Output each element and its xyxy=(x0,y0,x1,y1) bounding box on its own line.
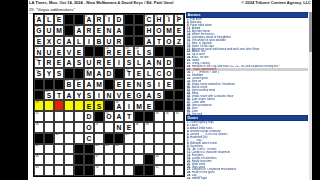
cell-r10c4[interactable] xyxy=(64,111,74,122)
cell-r9c4[interactable] xyxy=(64,100,74,111)
cell-r3c15[interactable]: Z xyxy=(174,36,184,47)
cell-r9c15 xyxy=(174,100,184,111)
cell-r6c1[interactable]: 22S xyxy=(34,68,44,79)
cell-r1c14[interactable]: 10I xyxy=(164,14,174,25)
cell-r1c5 xyxy=(74,14,84,25)
cell-r11c2[interactable] xyxy=(44,122,54,133)
cell-r15c7[interactable]: 50 xyxy=(94,165,104,176)
cell-r2c2[interactable]: U xyxy=(44,25,54,36)
cell-r9c11[interactable]: M xyxy=(134,100,144,111)
cell-letter: R xyxy=(95,58,103,67)
cell-r11c15[interactable] xyxy=(174,122,184,133)
cell-letter: E xyxy=(35,37,43,46)
cell-r5c8[interactable]: E xyxy=(104,57,114,68)
cell-r5c12[interactable]: A xyxy=(144,57,154,68)
crossword-grid[interactable]: 1A2L3E4A5R6I7D8C9H10I11P12GUM13ARENA14HO… xyxy=(33,13,185,177)
cell-r11c9[interactable]: N xyxy=(114,122,124,133)
cell-r12c13[interactable] xyxy=(154,133,164,144)
cell-r7c13[interactable]: I xyxy=(154,79,164,90)
cell-r15c11 xyxy=(134,165,144,176)
cell-letter: H xyxy=(145,26,153,35)
cell-r12c6[interactable]: C xyxy=(84,133,94,144)
cell-letter: T xyxy=(35,58,43,67)
cell-number: 46 xyxy=(35,155,38,158)
cell-r5c13[interactable]: N xyxy=(154,57,164,68)
cell-letter: S xyxy=(55,69,63,78)
cell-r14c13[interactable]: 48 xyxy=(154,154,164,165)
scrollbar-thumb[interactable] xyxy=(309,12,312,52)
cell-letter: O xyxy=(165,37,173,46)
cell-r4c11[interactable]: 20L xyxy=(134,46,144,57)
cell-letter: R xyxy=(95,15,103,24)
cell-r14c3[interactable] xyxy=(54,154,64,165)
cell-r11c7[interactable]: 37 xyxy=(94,122,104,133)
cell-letter: S xyxy=(155,91,163,100)
cell-r8c8[interactable]: N xyxy=(104,90,114,101)
cell-r5c11[interactable]: L xyxy=(134,57,144,68)
cell-letter: A xyxy=(65,37,73,46)
cell-r4c9[interactable]: E xyxy=(114,46,124,57)
cell-r2c15[interactable]: E xyxy=(174,25,184,36)
cell-letter: C xyxy=(145,15,153,24)
cell-letter: E xyxy=(75,48,83,57)
cell-letter: A xyxy=(65,58,73,67)
cell-r9c10[interactable]: I xyxy=(124,100,134,111)
cell-number: 35 xyxy=(175,112,178,115)
cell-r15c12 xyxy=(144,165,154,176)
cell-r15c10[interactable] xyxy=(124,165,134,176)
cell-r1c1[interactable]: 1A xyxy=(34,14,44,25)
cell-r6c11[interactable]: E xyxy=(134,68,144,79)
cell-r12c1 xyxy=(34,133,44,144)
cell-r11c8[interactable] xyxy=(104,122,114,133)
cell-letter: G xyxy=(135,91,143,100)
cell-r15c1[interactable]: 49 xyxy=(34,165,44,176)
cell-r6c8[interactable]: D xyxy=(104,68,114,79)
cell-number: 29 xyxy=(35,101,38,104)
cell-number: 47 xyxy=(95,155,98,158)
cell-r9c12[interactable]: E xyxy=(144,100,154,111)
cell-number: 36 xyxy=(35,123,38,126)
cell-r10c9[interactable]: A xyxy=(114,111,124,122)
cell-letter: S xyxy=(45,91,53,100)
cell-r9c2[interactable] xyxy=(44,100,54,111)
cell-r13c8[interactable]: 44 xyxy=(104,144,114,155)
cell-r12c3[interactable]: 40 xyxy=(54,133,64,144)
cell-r4c15 xyxy=(174,46,184,57)
cell-r8c7[interactable]: I xyxy=(94,90,104,101)
cell-r5c15 xyxy=(174,57,184,68)
cell-number: 40 xyxy=(55,133,58,136)
cell-r14c2[interactable] xyxy=(44,154,54,165)
cell-r14c1[interactable]: 46 xyxy=(34,154,44,165)
cell-r3c4[interactable]: A xyxy=(64,36,74,47)
cell-r6c2[interactable]: Y xyxy=(44,68,54,79)
cell-r7c2 xyxy=(44,79,54,90)
cell-r14c5 xyxy=(74,154,84,165)
cell-r15c9[interactable] xyxy=(114,165,124,176)
cell-r15c14[interactable] xyxy=(164,165,174,176)
cell-r2c7[interactable]: E xyxy=(94,25,104,36)
cell-letter: A xyxy=(85,15,93,24)
cell-r15c3[interactable] xyxy=(54,165,64,176)
cell-letter: L xyxy=(45,15,53,24)
cell-r1c8[interactable]: 6I xyxy=(104,14,114,25)
panel-scrollbar[interactable] xyxy=(309,12,312,180)
cell-r12c12[interactable] xyxy=(144,133,154,144)
cell-letter: E xyxy=(85,102,93,111)
cell-r13c13[interactable] xyxy=(154,144,164,155)
cell-r5c14[interactable]: D xyxy=(164,57,174,68)
cell-r13c3[interactable] xyxy=(54,144,64,155)
cell-r5c6[interactable]: U xyxy=(84,57,94,68)
cell-letter: D xyxy=(85,112,93,121)
cell-r2c11 xyxy=(134,25,144,36)
cell-r2c13[interactable]: O xyxy=(154,25,164,36)
cell-r3c10 xyxy=(124,36,134,47)
cell-letter: Y xyxy=(75,91,83,100)
current-clue-text: 29. "Vegas oddsmakers" xyxy=(29,7,75,12)
cell-r15c4[interactable] xyxy=(64,165,74,176)
cell-letter: A xyxy=(85,80,93,89)
cell-r8c10[interactable]: E xyxy=(124,90,134,101)
cell-letter: P xyxy=(175,15,183,24)
cell-letter: N xyxy=(115,123,123,132)
cell-r14c6 xyxy=(84,154,94,165)
cell-letter: I xyxy=(85,37,93,46)
cell-r10c6[interactable]: D xyxy=(84,111,94,122)
cell-r5c7[interactable]: R xyxy=(94,57,104,68)
cell-letter: A xyxy=(95,69,103,78)
cell-r13c11[interactable] xyxy=(134,144,144,155)
cell-letter: B xyxy=(65,80,73,89)
cell-letter: R xyxy=(105,48,113,57)
cell-r3c1[interactable]: 15E xyxy=(34,36,44,47)
cell-r15c15[interactable] xyxy=(174,165,184,176)
cell-r3c2[interactable]: X xyxy=(44,36,54,47)
cell-r13c15[interactable] xyxy=(174,144,184,155)
cell-r13c1[interactable]: 42 xyxy=(34,144,44,155)
cell-r8c4[interactable]: A xyxy=(64,90,74,101)
cell-letter: L xyxy=(135,48,143,57)
cell-r3c14[interactable]: O xyxy=(164,36,174,47)
cell-r2c14[interactable]: M xyxy=(164,25,174,36)
cell-r9c3[interactable] xyxy=(54,100,64,111)
cell-r12c8 xyxy=(104,133,114,144)
cell-r9c1[interactable]: 29 xyxy=(34,100,44,111)
cell-letter: E xyxy=(55,15,63,24)
cell-letter: M xyxy=(55,26,63,35)
cell-letter: E xyxy=(55,48,63,57)
cell-r7c1 xyxy=(34,79,44,90)
cell-r9c9[interactable]: 30A xyxy=(114,100,124,111)
cell-r5c4[interactable]: A xyxy=(64,57,74,68)
cell-r10c2[interactable] xyxy=(44,111,54,122)
cell-r10c10[interactable]: T xyxy=(124,111,134,122)
cell-r15c6 xyxy=(84,165,94,176)
cell-r11c14[interactable] xyxy=(164,122,174,133)
cell-letter: A xyxy=(115,112,123,121)
cell-r1c13[interactable]: 9H xyxy=(154,14,164,25)
cell-r1c6[interactable]: 4A xyxy=(84,14,94,25)
cell-r10c11 xyxy=(134,111,144,122)
cell-number: 48 xyxy=(155,155,158,158)
cell-letter: T xyxy=(155,37,163,46)
cell-r6c3[interactable]: S xyxy=(54,68,64,79)
cell-number: 38 xyxy=(135,123,138,126)
cell-letter: R xyxy=(45,58,53,67)
down-clue-list[interactable]: 1. Talent agency reps2. Lap of ___3. Awa… xyxy=(186,121,308,180)
cell-r14c9[interactable] xyxy=(114,154,124,165)
cell-letter: O xyxy=(105,112,113,121)
cell-r3c6[interactable]: I xyxy=(84,36,94,47)
cell-r7c6[interactable]: A xyxy=(84,79,94,90)
cell-r5c1[interactable]: 21T xyxy=(34,57,44,68)
cell-r15c8[interactable] xyxy=(104,165,114,176)
cell-r2c5[interactable]: 13A xyxy=(74,25,84,36)
cell-letter: I xyxy=(165,15,173,24)
cell-r7c4[interactable]: 25B xyxy=(64,79,74,90)
cell-r3c11 xyxy=(134,36,144,47)
cell-r14c11[interactable] xyxy=(134,154,144,165)
cell-r3c8[interactable]: U xyxy=(104,36,114,47)
cell-r9c6[interactable]: E xyxy=(84,100,94,111)
cell-r10c14[interactable]: 34 xyxy=(164,111,174,122)
puzzle-title: LA Times, Mon, Oct 14, 2024 - Nina McNam… xyxy=(29,0,173,5)
cell-letter: Z xyxy=(175,37,183,46)
cell-r4c5[interactable]: E xyxy=(74,46,84,57)
cell-r14c8[interactable] xyxy=(104,154,114,165)
cell-number: 33 xyxy=(155,112,158,115)
cell-r1c4 xyxy=(64,14,74,25)
cell-letter: S xyxy=(95,102,103,111)
cell-r9c14 xyxy=(164,100,174,111)
cell-r12c7[interactable] xyxy=(94,133,104,144)
cell-letter: A xyxy=(75,26,83,35)
cell-r14c15[interactable] xyxy=(174,154,184,165)
cell-r5c9[interactable]: I xyxy=(114,57,124,68)
cell-r8c9[interactable]: V xyxy=(114,90,124,101)
cell-r11c12[interactable]: 39 xyxy=(144,122,154,133)
across-clue-list[interactable]: 1. Pub draft4. Bone-dry8. Poker table to… xyxy=(186,18,308,115)
clue-list-panel[interactable]: Across 1. Pub draft4. Bone-dry8. Poker t… xyxy=(186,12,308,180)
cell-number: 51 xyxy=(155,166,158,169)
cell-r2c3[interactable]: M xyxy=(54,25,64,36)
cell-r3c3[interactable]: C xyxy=(54,36,64,47)
cell-r1c3[interactable]: 3E xyxy=(54,14,64,25)
cell-r7c5[interactable]: 26E xyxy=(74,79,84,90)
cell-r10c3[interactable] xyxy=(54,111,64,122)
cell-letter: E xyxy=(125,123,133,132)
cell-letter: U xyxy=(45,26,53,35)
cell-letter: D xyxy=(115,15,123,24)
cell-letter: L xyxy=(135,58,143,67)
cell-r8c14 xyxy=(164,90,174,101)
cell-r5c5[interactable]: S xyxy=(74,57,84,68)
cell-r8c5[interactable]: Y xyxy=(74,90,84,101)
cell-letter: N xyxy=(105,26,113,35)
cell-r13c4[interactable] xyxy=(64,144,74,155)
cell-r6c12[interactable]: L xyxy=(144,68,154,79)
cell-r13c14[interactable] xyxy=(164,144,174,155)
cell-r3c7[interactable]: B xyxy=(94,36,104,47)
cell-r7c12[interactable]: S xyxy=(144,79,154,90)
cell-r11c10[interactable]: E xyxy=(124,122,134,133)
cell-r11c5[interactable] xyxy=(74,122,84,133)
cell-number: 41 xyxy=(125,133,128,136)
cell-r4c3[interactable]: E xyxy=(54,46,64,57)
cell-r4c2[interactable]: U xyxy=(44,46,54,57)
cell-r5c2[interactable]: R xyxy=(44,57,54,68)
cell-letter: C xyxy=(55,37,63,46)
cell-r1c12[interactable]: 8C xyxy=(144,14,154,25)
cell-r7c3 xyxy=(54,79,64,90)
cell-r8c6[interactable]: S xyxy=(84,90,94,101)
cell-r13c12[interactable] xyxy=(144,144,154,155)
cell-r12c10[interactable]: 41 xyxy=(124,133,134,144)
cell-r10c15[interactable]: 35 xyxy=(174,111,184,122)
cell-r12c11[interactable] xyxy=(134,133,144,144)
cell-letter: C xyxy=(155,69,163,78)
cell-r11c4[interactable] xyxy=(64,122,74,133)
cell-r1c7[interactable]: 5R xyxy=(94,14,104,25)
cell-r11c1[interactable]: 36 xyxy=(34,122,44,133)
cell-number: 34 xyxy=(165,112,168,115)
cell-r7c10[interactable]: E xyxy=(124,79,134,90)
cell-r9c7[interactable]: S xyxy=(94,100,104,111)
cell-letter: I xyxy=(125,102,133,111)
cell-r8c3[interactable]: T xyxy=(54,90,64,101)
cell-r8c12[interactable]: A xyxy=(144,90,154,101)
cell-r1c2[interactable]: 2L xyxy=(44,14,54,25)
cell-r2c6[interactable]: R xyxy=(84,25,94,36)
cell-letter: E xyxy=(175,26,183,35)
cell-letter: S xyxy=(85,91,93,100)
cell-r3c5[interactable]: L xyxy=(74,36,84,47)
cell-letter: E xyxy=(75,80,83,89)
cell-r8c11[interactable]: G xyxy=(134,90,144,101)
cell-r4c12[interactable]: S xyxy=(144,46,154,57)
copyright-text: © 2024 Tribune Content Agency, LLC xyxy=(241,0,311,5)
cell-r6c13[interactable]: C xyxy=(154,68,164,79)
cell-r13c10[interactable] xyxy=(124,144,134,155)
cell-r2c8[interactable]: N xyxy=(104,25,114,36)
cell-letter: E xyxy=(105,58,113,67)
screen-bezel-left xyxy=(0,0,28,180)
cell-r13c7[interactable]: 43 xyxy=(94,144,104,155)
cell-r10c8[interactable]: 32O xyxy=(104,111,114,122)
cell-r7c9[interactable]: 27E xyxy=(114,79,124,90)
cell-r11c13[interactable] xyxy=(154,122,164,133)
cell-r2c9[interactable]: A xyxy=(114,25,124,36)
cell-r4c10[interactable]: 19E xyxy=(124,46,134,57)
cell-r7c14[interactable]: E xyxy=(164,79,174,90)
cell-r5c3[interactable]: E xyxy=(54,57,64,68)
cell-letter: A xyxy=(65,91,73,100)
cell-r12c5[interactable] xyxy=(74,133,84,144)
cell-number: 49 xyxy=(35,166,38,169)
cell-letter: A xyxy=(145,37,153,46)
cell-r6c14[interactable]: O xyxy=(164,68,174,79)
cell-letter: A xyxy=(115,102,123,111)
cell-letter: E xyxy=(165,80,173,89)
cell-r15c13[interactable]: 51 xyxy=(154,165,164,176)
cell-r3c13[interactable]: T xyxy=(154,36,164,47)
cell-r6c7[interactable]: A xyxy=(94,68,104,79)
cell-r15c2[interactable] xyxy=(44,165,54,176)
cell-number: 50 xyxy=(95,166,98,169)
cell-letter: E xyxy=(135,69,143,78)
cell-letter: X xyxy=(45,37,53,46)
cell-r15c5 xyxy=(74,165,84,176)
cell-r10c13[interactable]: 33 xyxy=(154,111,164,122)
cell-r1c9[interactable]: 7D xyxy=(114,14,124,25)
cell-r3c12[interactable]: 16A xyxy=(144,36,154,47)
cell-letter: Y xyxy=(45,69,53,78)
cell-r2c10 xyxy=(124,25,134,36)
cell-r13c6 xyxy=(84,144,94,155)
cell-r14c14[interactable] xyxy=(164,154,174,165)
cell-letter: V xyxy=(65,48,73,57)
cell-r14c12 xyxy=(144,154,154,165)
cell-r7c7[interactable]: M xyxy=(94,79,104,90)
cell-r11c3[interactable] xyxy=(54,122,64,133)
cell-letter: E xyxy=(115,48,123,57)
cell-r9c5[interactable] xyxy=(74,100,84,111)
cell-r6c5 xyxy=(74,68,84,79)
cell-r4c8[interactable]: 18R xyxy=(104,46,114,57)
cell-letter: L xyxy=(75,37,83,46)
cell-r14c4[interactable] xyxy=(64,154,74,165)
cell-r2c1[interactable]: 12G xyxy=(34,25,44,36)
cell-r11c11[interactable]: 38 xyxy=(134,122,144,133)
cell-r12c14[interactable] xyxy=(164,133,174,144)
cell-r10c1[interactable]: 31 xyxy=(34,111,44,122)
cell-r12c4[interactable] xyxy=(64,133,74,144)
cell-r4c1[interactable]: 17N xyxy=(34,46,44,57)
cell-r13c9[interactable]: 45 xyxy=(114,144,124,155)
cell-letter: E xyxy=(55,58,63,67)
cell-letter: E xyxy=(125,91,133,100)
cell-r8c13[interactable]: S xyxy=(154,90,164,101)
cell-r10c5[interactable] xyxy=(74,111,84,122)
cell-r4c4[interactable]: V xyxy=(64,46,74,57)
cell-r4c6 xyxy=(84,46,94,57)
cell-r14c10[interactable] xyxy=(124,154,134,165)
cell-r5c10[interactable]: S xyxy=(124,57,134,68)
cell-r7c11[interactable]: N xyxy=(134,79,144,90)
cell-letter: T xyxy=(125,69,133,78)
cell-letter: R xyxy=(115,37,123,46)
cell-r13c2[interactable] xyxy=(44,144,54,155)
cell-letter: E xyxy=(115,80,123,89)
cell-r1c15[interactable]: 11P xyxy=(174,14,184,25)
cell-r8c2[interactable]: 28S xyxy=(44,90,54,101)
cell-r6c6[interactable]: 23M xyxy=(84,68,94,79)
cell-letter: D xyxy=(105,69,113,78)
cell-letter: E xyxy=(145,102,153,111)
cell-r6c10[interactable]: 24T xyxy=(124,68,134,79)
cell-r12c2 xyxy=(44,133,54,144)
cell-r14c7[interactable]: 47 xyxy=(94,154,104,165)
cell-r3c9[interactable]: R xyxy=(114,36,124,47)
cell-letter: N xyxy=(35,48,43,57)
cell-letter: U xyxy=(85,58,93,67)
cell-r12c15[interactable] xyxy=(174,133,184,144)
cell-r12c9 xyxy=(114,133,124,144)
cell-r11c6[interactable]: O xyxy=(84,122,94,133)
cell-r2c12[interactable]: 14H xyxy=(144,25,154,36)
